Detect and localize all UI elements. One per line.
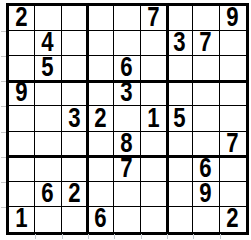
given-digit: 7	[200, 31, 212, 56]
cell-r6c5: 8	[114, 132, 140, 157]
cell-r2c5[interactable]	[114, 31, 140, 56]
cell-r9c5[interactable]	[114, 207, 140, 232]
cell-r8c9[interactable]	[220, 182, 246, 207]
given-digit: 7	[147, 6, 159, 31]
given-digit: 6	[42, 182, 54, 207]
cell-r9c7[interactable]	[167, 207, 193, 232]
cell-r1c9: 9	[220, 6, 246, 31]
cell-r8c2: 6	[35, 182, 61, 207]
cell-r8c3: 2	[62, 182, 88, 207]
cell-r7c1[interactable]	[9, 157, 35, 182]
cell-r8c1[interactable]	[9, 182, 35, 207]
cell-r9c1: 1	[9, 207, 35, 232]
cell-r3c2: 5	[35, 56, 61, 81]
edge-tick-left-6	[1, 157, 6, 158]
cell-r8c7[interactable]	[167, 182, 193, 207]
cell-r3c5: 6	[114, 56, 140, 81]
cell-r7c8: 6	[193, 157, 219, 182]
sudoku-board: 279437569332158776629162	[6, 3, 249, 235]
cell-r7c7[interactable]	[167, 157, 193, 182]
edge-tick-bottom-5	[141, 234, 142, 239]
given-digit: 6	[121, 56, 133, 81]
given-digit: 9	[15, 81, 27, 106]
cell-r6c1[interactable]	[9, 132, 35, 157]
given-digit: 2	[15, 6, 27, 31]
given-digit: 1	[147, 106, 159, 131]
edge-tick-bottom-3	[88, 234, 89, 239]
cell-r5c4: 2	[88, 106, 114, 131]
edge-tick-bottom-8	[220, 234, 221, 239]
cell-r7c6[interactable]	[141, 157, 167, 182]
given-digit: 3	[173, 31, 185, 56]
cell-r2c1[interactable]	[9, 31, 35, 56]
cell-r3c7[interactable]	[167, 56, 193, 81]
cell-r4c2[interactable]	[35, 81, 61, 106]
cell-r5c7: 5	[167, 106, 193, 131]
cell-r1c2[interactable]	[35, 6, 61, 31]
given-digit: 9	[200, 182, 212, 207]
given-digit: 4	[42, 31, 54, 56]
edge-tick-left-7	[1, 182, 6, 183]
cell-r7c3[interactable]	[62, 157, 88, 182]
page: { "game": "sudoku", "position": "2....7.…	[0, 0, 251, 240]
given-digit: 2	[68, 182, 80, 207]
cell-r3c3[interactable]	[62, 56, 88, 81]
given-digit: 7	[227, 132, 239, 157]
cell-r2c9[interactable]	[220, 31, 246, 56]
given-digit: 1	[15, 207, 27, 232]
cell-r2c2: 4	[35, 31, 61, 56]
cell-r1c1: 2	[9, 6, 35, 31]
cell-r5c8[interactable]	[193, 106, 219, 131]
cell-r8c4[interactable]	[88, 182, 114, 207]
cell-r1c5[interactable]	[114, 6, 140, 31]
cell-r6c7[interactable]	[167, 132, 193, 157]
cell-r2c6[interactable]	[141, 31, 167, 56]
cell-r7c4[interactable]	[88, 157, 114, 182]
given-digit: 2	[94, 106, 106, 131]
cell-r3c9[interactable]	[220, 56, 246, 81]
edge-tick-left-3	[1, 81, 6, 82]
edge-tick-left-2	[1, 56, 6, 57]
cell-r2c3[interactable]	[62, 31, 88, 56]
edge-tick-bottom-1	[35, 234, 36, 239]
cell-r9c6[interactable]	[141, 207, 167, 232]
cell-r4c3[interactable]	[62, 81, 88, 106]
cell-r2c8: 7	[193, 31, 219, 56]
cell-r1c8[interactable]	[193, 6, 219, 31]
cell-r4c7[interactable]	[167, 81, 193, 106]
cell-r1c7[interactable]	[167, 6, 193, 31]
cell-r9c3[interactable]	[62, 207, 88, 232]
given-digit: 6	[94, 207, 106, 232]
cell-r3c6[interactable]	[141, 56, 167, 81]
cell-r4c8[interactable]	[193, 81, 219, 106]
cell-r1c4[interactable]	[88, 6, 114, 31]
cell-r5c9[interactable]	[220, 106, 246, 131]
cell-r6c9: 7	[220, 132, 246, 157]
given-digit: 5	[173, 106, 185, 131]
cell-r2c4[interactable]	[88, 31, 114, 56]
given-digit: 7	[121, 157, 133, 182]
cell-r3c4[interactable]	[88, 56, 114, 81]
cell-r8c6[interactable]	[141, 182, 167, 207]
sudoku-grid: 279437569332158776629162	[9, 6, 246, 232]
cell-r8c8: 9	[193, 182, 219, 207]
cell-r5c2[interactable]	[35, 106, 61, 131]
cell-r4c5: 3	[114, 81, 140, 106]
given-digit: 6	[200, 157, 212, 182]
cell-r4c9[interactable]	[220, 81, 246, 106]
edge-tick-bottom-2	[62, 234, 63, 239]
cell-r7c9[interactable]	[220, 157, 246, 182]
cell-r2c7: 3	[167, 31, 193, 56]
cell-r8c5[interactable]	[114, 182, 140, 207]
cell-r6c2[interactable]	[35, 132, 61, 157]
cell-r9c2[interactable]	[35, 207, 61, 232]
cell-r4c4[interactable]	[88, 81, 114, 106]
cell-r9c8[interactable]	[193, 207, 219, 232]
cell-r1c3[interactable]	[62, 6, 88, 31]
given-digit: 5	[42, 56, 54, 81]
cell-r9c9: 2	[220, 207, 246, 232]
cell-r9c4: 6	[88, 207, 114, 232]
cell-r6c3[interactable]	[62, 132, 88, 157]
cell-r1c6: 7	[141, 6, 167, 31]
cell-r6c6[interactable]	[141, 132, 167, 157]
given-digit: 8	[121, 132, 133, 157]
cell-r5c3: 3	[62, 106, 88, 131]
edge-tick-left-8	[1, 207, 6, 208]
edge-tick-left-4	[1, 106, 6, 107]
given-digit: 9	[227, 6, 239, 31]
cell-r6c8[interactable]	[193, 132, 219, 157]
edge-tick-bottom-6	[167, 234, 168, 239]
cell-r5c5[interactable]	[114, 106, 140, 131]
edge-tick-left-1	[1, 31, 6, 32]
given-digit: 3	[68, 106, 80, 131]
cell-r4c6[interactable]	[141, 81, 167, 106]
given-digit: 3	[121, 81, 133, 106]
cell-r5c6: 1	[141, 106, 167, 131]
cell-r5c1[interactable]	[9, 106, 35, 131]
cell-r3c1[interactable]	[9, 56, 35, 81]
cell-r7c2[interactable]	[35, 157, 61, 182]
cell-r6c4[interactable]	[88, 132, 114, 157]
given-digit: 2	[227, 207, 239, 232]
cell-r3c8[interactable]	[193, 56, 219, 81]
edge-tick-left-5	[1, 132, 6, 133]
cell-r7c5: 7	[114, 157, 140, 182]
cell-r4c1: 9	[9, 81, 35, 106]
edge-tick-bottom-4	[114, 234, 115, 239]
edge-tick-bottom-7	[193, 234, 194, 239]
